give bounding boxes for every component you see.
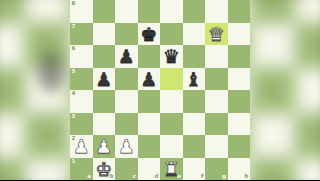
blurred-piece-smudge [38,52,64,92]
square-e4[interactable] [160,90,183,113]
square-a4[interactable]: 4 [70,90,93,113]
square-e1[interactable]: ♜e [160,158,183,181]
square-e6[interactable]: ♛ [160,45,183,68]
square-h7[interactable] [228,23,251,46]
square-e5[interactable] [160,68,183,91]
square-d2[interactable] [138,135,161,158]
square-f6[interactable] [183,45,206,68]
square-f3[interactable] [183,113,206,136]
square-d7[interactable]: ♚ [138,23,161,46]
black-pawn[interactable]: ♟ [93,68,116,91]
square-f7[interactable] [183,23,206,46]
black-king[interactable]: ♚ [138,23,161,46]
square-a8[interactable]: 8 [70,0,93,23]
square-h6[interactable] [228,45,251,68]
white-pawn[interactable]: ♟ [93,135,116,158]
square-b7[interactable] [93,23,116,46]
square-c1[interactable]: c [115,158,138,181]
square-b4[interactable] [93,90,116,113]
file-label-a: a [87,174,91,180]
square-a1[interactable]: 1a [70,158,93,181]
square-d3[interactable] [138,113,161,136]
square-d6[interactable] [138,45,161,68]
white-pawn[interactable]: ♟ [70,135,93,158]
white-king[interactable]: ♚ [93,158,116,181]
square-g5[interactable] [205,68,228,91]
rank-label-1: 1 [72,159,76,165]
square-h5[interactable] [228,68,251,91]
square-g4[interactable] [205,90,228,113]
square-b1[interactable]: ♚b [93,158,116,181]
square-a6[interactable]: 6 [70,45,93,68]
file-label-h: h [245,174,249,180]
square-g2[interactable] [205,135,228,158]
square-e8[interactable] [160,0,183,23]
square-f2[interactable] [183,135,206,158]
square-c6[interactable]: ♟ [115,45,138,68]
black-queen[interactable]: ♛ [160,45,183,68]
square-b5[interactable]: ♟ [93,68,116,91]
chess-board: 87♚♛6♟♛5♟♟♝43♟2♟♟1a♚bcd♜efgh [70,0,250,180]
square-c8[interactable] [115,0,138,23]
square-c5[interactable] [115,68,138,91]
square-g1[interactable]: g [205,158,228,181]
rank-label-3: 3 [72,114,76,120]
square-g6[interactable] [205,45,228,68]
square-c3[interactable] [115,113,138,136]
file-label-c: c [133,174,136,180]
square-c2[interactable]: ♟ [115,135,138,158]
square-d4[interactable] [138,90,161,113]
square-a2[interactable]: ♟2 [70,135,93,158]
file-label-g: g [222,174,226,180]
rank-label-7: 7 [72,24,76,30]
square-g3[interactable] [205,113,228,136]
square-f1[interactable]: f [183,158,206,181]
square-e3[interactable] [160,113,183,136]
square-f5[interactable]: ♝ [183,68,206,91]
square-f8[interactable] [183,0,206,23]
square-e2[interactable] [160,135,183,158]
square-d5[interactable]: ♟ [138,68,161,91]
square-e7[interactable] [160,23,183,46]
square-g8[interactable] [205,0,228,23]
square-b3[interactable] [93,113,116,136]
square-g7[interactable]: ♛ [205,23,228,46]
rank-label-6: 6 [72,46,76,52]
square-b6[interactable] [93,45,116,68]
file-label-f: f [201,174,203,180]
white-rook[interactable]: ♜ [160,158,183,181]
square-a5[interactable]: 5 [70,68,93,91]
square-c4[interactable] [115,90,138,113]
square-h2[interactable] [228,135,251,158]
square-h3[interactable] [228,113,251,136]
square-a7[interactable]: 7 [70,23,93,46]
white-queen[interactable]: ♛ [205,23,228,46]
rank-label-4: 4 [72,91,76,97]
square-d1[interactable]: d [138,158,161,181]
square-b2[interactable]: ♟ [93,135,116,158]
square-f4[interactable] [183,90,206,113]
black-pawn[interactable]: ♟ [138,68,161,91]
square-b8[interactable] [93,0,116,23]
black-bishop[interactable]: ♝ [183,68,206,91]
white-pawn[interactable]: ♟ [115,135,138,158]
black-pawn[interactable]: ♟ [115,45,138,68]
rank-label-5: 5 [72,69,76,75]
square-a3[interactable]: 3 [70,113,93,136]
rank-label-8: 8 [72,1,76,7]
square-c7[interactable] [115,23,138,46]
square-h8[interactable] [228,0,251,23]
video-frame: 87♚♛6♟♛5♟♟♝43♟2♟♟1a♚bcd♜efgh [0,0,320,180]
file-label-d: d [155,174,159,180]
square-h1[interactable]: h [228,158,251,181]
square-d8[interactable] [138,0,161,23]
square-h4[interactable] [228,90,251,113]
